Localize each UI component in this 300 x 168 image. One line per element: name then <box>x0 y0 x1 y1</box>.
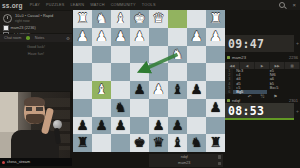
crosstable-player-name: mam23 <box>151 161 218 165</box>
white-pawn-f2: ♟ <box>114 29 126 43</box>
square-f2[interactable]: ♟ <box>111 28 130 46</box>
square-f4[interactable] <box>111 63 130 81</box>
square-e1[interactable]: ♚ <box>130 10 149 28</box>
moretime-button[interactable]: + <box>295 40 300 46</box>
webcam-overlay <box>0 92 70 158</box>
square-g3[interactable] <box>92 46 111 64</box>
square-b6[interactable] <box>187 99 206 117</box>
crosstable-icon <box>218 155 222 159</box>
white-pawn-b2: ♟ <box>190 29 202 43</box>
moretime-button[interactable]: + <box>295 108 300 114</box>
white-pawn-a2: ♟ <box>209 29 221 43</box>
streamer-torso <box>11 130 59 158</box>
square-g5[interactable]: ♝ <box>92 81 111 99</box>
black-pawn-h7: ♟ <box>76 118 88 132</box>
next-move-button[interactable]: ▶ <box>255 62 270 69</box>
streamer-hair <box>24 97 45 106</box>
black-knight-b8: ♞ <box>190 136 202 150</box>
square-c6[interactable] <box>168 99 187 117</box>
square-d1[interactable]: ♛ <box>149 10 168 28</box>
square-h1[interactable]: ♜ <box>73 10 92 28</box>
game-start-time: right now <box>15 19 70 23</box>
nav-item-play[interactable]: PLAY <box>30 3 40 7</box>
black-king-e8: ♚ <box>133 136 145 150</box>
time-control-label: 10+0 • Casual • Rapid <box>15 13 70 18</box>
black-pawn-g7: ♟ <box>95 118 107 132</box>
last-move-button[interactable]: ▶▶ <box>270 62 285 69</box>
prev-move-button[interactable]: ◀ <box>240 62 255 69</box>
square-e2[interactable]: ♟ <box>130 28 149 46</box>
white-pawn-e2: ♟ <box>133 29 145 43</box>
square-h7[interactable]: ♟ <box>73 117 92 135</box>
square-d5[interactable]: ♟ <box>149 81 168 99</box>
white-player-label: mam23 (2236) <box>11 25 36 30</box>
game-info-box: 10+0 • Casual • Rapid right now mam23 (2… <box>0 11 72 33</box>
square-b8[interactable]: ♞ <box>187 134 206 152</box>
time-control-icon <box>3 14 12 23</box>
white-pawn-d5: ♟ <box>152 83 164 97</box>
square-b1[interactable] <box>187 10 206 28</box>
white-knight-c3: ♞ <box>171 47 183 61</box>
square-e5[interactable]: ♟ <box>130 81 149 99</box>
white-queen-d1: ♛ <box>152 12 164 26</box>
square-a6[interactable]: ♟ <box>206 99 225 117</box>
white-bishop-g5: ♝ <box>95 83 107 97</box>
white-king-e1: ♚ <box>133 12 145 26</box>
square-h2[interactable]: ♟ <box>73 28 92 46</box>
square-f1[interactable]: ♝ <box>111 10 130 28</box>
white-rook-h1: ♜ <box>76 12 88 26</box>
square-d8[interactable]: ♛ <box>149 134 168 152</box>
black-clock-active: 08:53 <box>225 103 294 120</box>
square-h6[interactable] <box>73 99 92 117</box>
square-h8[interactable]: ♜ <box>73 134 92 152</box>
square-g8[interactable] <box>92 134 111 152</box>
square-g7[interactable]: ♟ <box>92 117 111 135</box>
nav-item-puzzles[interactable]: PUZZLES <box>46 3 65 7</box>
square-c3[interactable]: ♞ <box>168 46 187 64</box>
chess-board[interactable]: ♜♞♝♚♛♜♟♟♟♟♟♟♞♝♟♟♝♟♞♟♟♟♟♟♟♜♚♛♝♞♜ <box>73 10 225 152</box>
white-clock: 09:47 <box>225 35 294 52</box>
square-c7[interactable]: ♟ <box>168 117 187 135</box>
under-board-strip: ndqfmam23 <box>73 152 225 168</box>
white-player-line[interactable]: mam23 (2236) <box>2 25 70 31</box>
square-c5[interactable]: ♝ <box>168 81 187 99</box>
window-light <box>0 92 18 132</box>
square-a4[interactable] <box>206 63 225 81</box>
white-color-icon <box>3 25 9 31</box>
nav-menu: PLAYPUZZLESLEARNWATCHCOMMUNITYTOOLS <box>30 3 156 7</box>
black-pawn-e5: ♟ <box>133 83 145 97</box>
black-pawn-c7: ♟ <box>171 118 183 132</box>
white-rook-a1: ♜ <box>209 12 221 26</box>
search-icon[interactable] <box>279 2 285 8</box>
square-a1[interactable]: ♜ <box>206 10 225 28</box>
square-d7[interactable]: ♟ <box>149 117 168 135</box>
square-g6[interactable] <box>92 99 111 117</box>
navbar-right: × <box>279 0 296 10</box>
square-f8[interactable] <box>111 134 130 152</box>
tab-chat-room[interactable]: Chat room <box>2 36 23 40</box>
player-flair-icon <box>227 56 230 59</box>
white-knight-g1: ♞ <box>95 12 107 26</box>
square-e7[interactable] <box>130 117 149 135</box>
chat-message: Have fun! <box>0 52 72 56</box>
bottom-player-name: ndqf <box>232 98 289 103</box>
chat-message: Good luck! <box>0 45 72 49</box>
crosstable-row[interactable]: mam23 <box>149 160 223 167</box>
menu-button[interactable]: ▤ <box>285 62 300 69</box>
square-e8[interactable]: ♚ <box>130 134 149 152</box>
square-g2[interactable]: ♟ <box>92 28 111 46</box>
stream-caption-text: chess_stream <box>7 160 30 164</box>
square-a7[interactable] <box>206 117 225 135</box>
player-flair-icon <box>227 99 230 102</box>
close-icon[interactable]: × <box>292 2 296 8</box>
square-f6[interactable]: ♞ <box>111 99 130 117</box>
black-pawn-a6: ♟ <box>209 100 221 114</box>
square-g4[interactable] <box>92 63 111 81</box>
square-h3[interactable] <box>73 46 92 64</box>
black-queen-d8: ♛ <box>152 136 164 150</box>
square-d3[interactable] <box>149 46 168 64</box>
square-a2[interactable]: ♟ <box>206 28 225 46</box>
square-c1[interactable] <box>168 10 187 28</box>
black-knight-f6: ♞ <box>114 100 126 114</box>
square-c8[interactable]: ♝ <box>168 134 187 152</box>
white-pawn-g2: ♟ <box>95 29 107 43</box>
site-logo[interactable]: ss.org <box>2 2 23 9</box>
black-pawn-b5: ♟ <box>190 83 202 97</box>
right-panel: 09:47 + mam23 2236 ◀◀◀▶▶▶▤ 1Nc3e52c4Nf63… <box>225 10 300 168</box>
square-h4[interactable] <box>73 63 92 81</box>
square-b2[interactable]: ♟ <box>187 28 206 46</box>
square-c4[interactable] <box>168 63 187 81</box>
chat-panel: Chat room Notes ⚙ Good luck! Have fun! <box>0 34 72 91</box>
square-f7[interactable]: ♟ <box>111 117 130 135</box>
streamer-glasses <box>26 107 43 111</box>
square-d2[interactable] <box>149 28 168 46</box>
square-d4[interactable] <box>149 63 168 81</box>
nav-item-tools[interactable]: TOOLS <box>142 3 156 7</box>
top-player-rating: 2236 <box>289 55 298 60</box>
nav-item-community[interactable]: COMMUNITY <box>111 3 136 7</box>
move-nav-bar: ◀◀◀▶▶▶▤ <box>225 62 300 69</box>
live-dot-icon <box>2 161 5 164</box>
first-move-button[interactable]: ◀◀ <box>225 62 240 69</box>
bottom-player-rating: 2301 <box>289 98 298 103</box>
black-bishop-c5: ♝ <box>171 83 183 97</box>
streamer-beard <box>26 114 44 124</box>
black-rook-h8: ♜ <box>76 136 88 150</box>
top-player-name: mam23 <box>232 55 289 60</box>
white-bishop-f1: ♝ <box>114 12 126 26</box>
top-navbar: ss.org PLAYPUZZLESLEARNWATCHCOMMUNITYTOO… <box>0 0 300 10</box>
square-c2[interactable] <box>168 28 187 46</box>
square-a3[interactable] <box>206 46 225 64</box>
square-e6[interactable] <box>130 99 149 117</box>
black-rook-a8: ♜ <box>209 136 221 150</box>
square-h5[interactable] <box>73 81 92 99</box>
nav-item-learn[interactable]: LEARN <box>70 3 84 7</box>
nav-item-watch[interactable]: WATCH <box>90 3 105 7</box>
black-bishop-c8: ♝ <box>171 136 183 150</box>
top-player-row[interactable]: mam23 2236 <box>225 53 300 61</box>
tab-notes[interactable]: Notes <box>33 36 47 40</box>
square-f3[interactable] <box>111 46 130 64</box>
black-pawn-f7: ♟ <box>114 118 126 132</box>
square-e3[interactable] <box>130 46 149 64</box>
square-a8[interactable]: ♜ <box>206 134 225 152</box>
white-pawn-h2: ♟ <box>76 29 88 43</box>
square-b5[interactable]: ♟ <box>187 81 206 99</box>
square-e4[interactable] <box>130 63 149 81</box>
square-f5[interactable] <box>111 81 130 99</box>
square-b4[interactable] <box>187 63 206 81</box>
crosstable: ndqfmam23 <box>149 154 223 167</box>
move-list: 1Nc3e52c4Nf63d4a64d5b55c5Bxc56Bg5 <box>225 69 300 94</box>
gear-icon[interactable]: ⚙ <box>66 36 70 41</box>
chat-header: Chat room Notes ⚙ <box>0 34 72 42</box>
chat-toggle[interactable] <box>26 36 30 40</box>
crosstable-player-name: ndqf <box>151 155 218 159</box>
square-b3[interactable] <box>187 46 206 64</box>
stream-caption: chess_stream <box>0 158 72 166</box>
square-d6[interactable] <box>149 99 168 117</box>
square-a5[interactable] <box>206 81 225 99</box>
lichess-game-page: ss.org PLAYPUZZLESLEARNWATCHCOMMUNITYTOO… <box>0 0 300 168</box>
square-g1[interactable]: ♞ <box>92 10 111 28</box>
square-b7[interactable] <box>187 117 206 135</box>
crosstable-icon <box>218 162 222 166</box>
black-pawn-d7: ♟ <box>152 118 164 132</box>
